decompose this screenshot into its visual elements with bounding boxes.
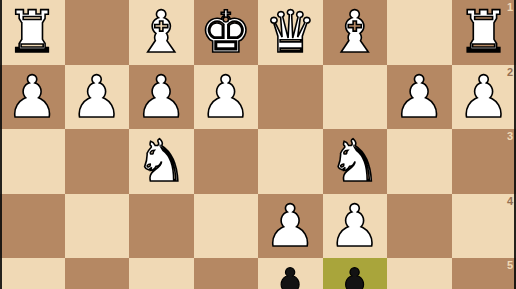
white-pawn-piece[interactable]: ♟ <box>0 65 65 130</box>
square-h4[interactable] <box>0 194 65 259</box>
square-a2[interactable]: ♟2 <box>452 65 516 130</box>
square-c2[interactable] <box>323 65 388 130</box>
black-pawn-piece[interactable]: ♟ <box>323 258 388 289</box>
square-g5[interactable] <box>65 258 130 289</box>
rank-label-5: 5 <box>507 259 513 272</box>
square-g4[interactable] <box>65 194 130 259</box>
white-pawn-piece[interactable]: ♟ <box>387 65 452 130</box>
square-b5[interactable] <box>387 258 452 289</box>
square-c3[interactable]: ♞ <box>323 129 388 194</box>
square-b3[interactable] <box>387 129 452 194</box>
square-c4[interactable]: ♟ <box>323 194 388 259</box>
chess-board: ♜♝♚♛♝♜1♟♟♟♟♟♟2♞♞3♟♟4♟♟5 <box>0 0 516 289</box>
white-bishop-piece[interactable]: ♝ <box>323 0 388 65</box>
rank-label-4: 4 <box>507 195 513 208</box>
white-pawn-piece[interactable]: ♟ <box>258 194 323 259</box>
square-e3[interactable] <box>194 129 259 194</box>
square-b1[interactable] <box>387 0 452 65</box>
square-d4[interactable]: ♟ <box>258 194 323 259</box>
white-pawn-piece[interactable]: ♟ <box>194 65 259 130</box>
white-knight-piece[interactable]: ♞ <box>323 129 388 194</box>
black-pawn-piece[interactable]: ♟ <box>258 258 323 289</box>
square-d3[interactable] <box>258 129 323 194</box>
square-d2[interactable] <box>258 65 323 130</box>
white-pawn-piece[interactable]: ♟ <box>65 65 130 130</box>
square-e5[interactable] <box>194 258 259 289</box>
white-pawn-piece[interactable]: ♟ <box>323 194 388 259</box>
white-pawn-piece[interactable]: ♟ <box>129 65 194 130</box>
square-c5[interactable]: ♟ <box>323 258 388 289</box>
square-b2[interactable]: ♟ <box>387 65 452 130</box>
square-g3[interactable] <box>65 129 130 194</box>
square-a5[interactable]: 5 <box>452 258 516 289</box>
square-e1[interactable]: ♚ <box>194 0 259 65</box>
square-h5[interactable] <box>0 258 65 289</box>
square-f4[interactable] <box>129 194 194 259</box>
white-bishop-piece[interactable]: ♝ <box>129 0 194 65</box>
rank-label-3: 3 <box>507 130 513 143</box>
white-queen-piece[interactable]: ♛ <box>258 0 323 65</box>
square-g2[interactable]: ♟ <box>65 65 130 130</box>
white-rook-piece[interactable]: ♜ <box>0 0 65 65</box>
rank-label-1: 1 <box>507 1 513 14</box>
square-g1[interactable] <box>65 0 130 65</box>
square-b4[interactable] <box>387 194 452 259</box>
white-knight-piece[interactable]: ♞ <box>129 129 194 194</box>
square-a1[interactable]: ♜1 <box>452 0 516 65</box>
square-h1[interactable]: ♜ <box>0 0 65 65</box>
rank-label-2: 2 <box>507 66 513 79</box>
square-e2[interactable]: ♟ <box>194 65 259 130</box>
square-f3[interactable]: ♞ <box>129 129 194 194</box>
white-king-piece[interactable]: ♚ <box>194 0 259 65</box>
square-e4[interactable] <box>194 194 259 259</box>
square-h3[interactable] <box>0 129 65 194</box>
square-h2[interactable]: ♟ <box>0 65 65 130</box>
left-edge-strip <box>0 0 2 289</box>
square-c1[interactable]: ♝ <box>323 0 388 65</box>
square-f1[interactable]: ♝ <box>129 0 194 65</box>
square-f2[interactable]: ♟ <box>129 65 194 130</box>
square-f5[interactable] <box>129 258 194 289</box>
square-d5[interactable]: ♟ <box>258 258 323 289</box>
square-a3[interactable]: 3 <box>452 129 516 194</box>
square-a4[interactable]: 4 <box>452 194 516 259</box>
square-d1[interactable]: ♛ <box>258 0 323 65</box>
